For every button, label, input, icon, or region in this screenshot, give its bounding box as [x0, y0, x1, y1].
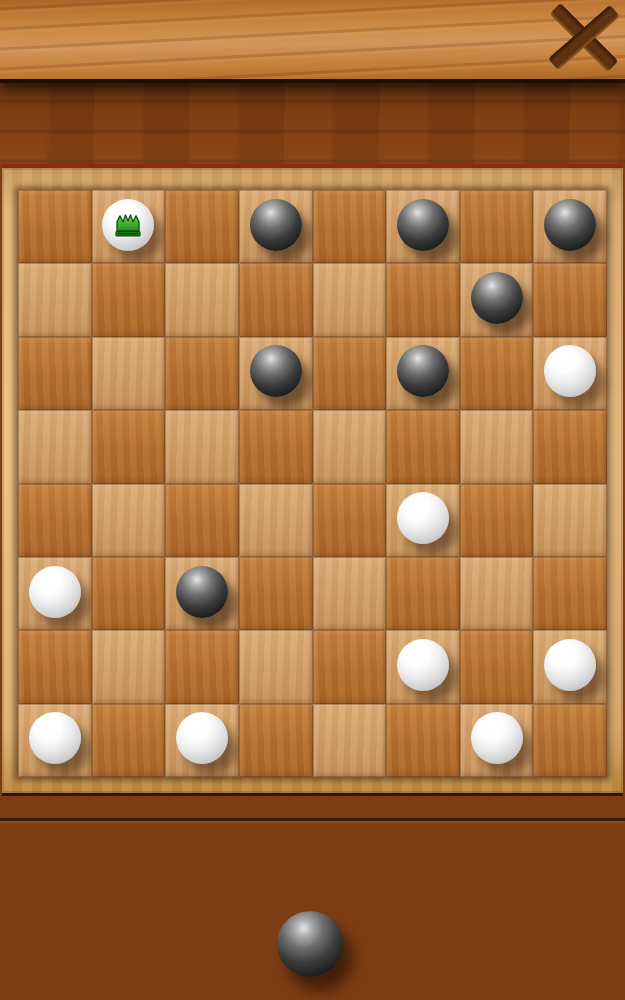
square-r3c0[interactable]	[18, 410, 92, 483]
square-r4c0[interactable]	[18, 484, 92, 557]
square-r2c3[interactable]	[239, 337, 313, 410]
white-piece[interactable]	[397, 639, 449, 691]
square-r7c7[interactable]	[533, 704, 607, 777]
turn-indicator-piece	[277, 911, 343, 977]
white-piece[interactable]	[471, 712, 523, 764]
square-r0c2[interactable]	[165, 190, 239, 263]
square-r3c6[interactable]	[460, 410, 534, 483]
square-r2c0[interactable]	[18, 337, 92, 410]
square-r1c7[interactable]	[533, 263, 607, 336]
square-r2c5[interactable]	[386, 337, 460, 410]
white-piece[interactable]	[544, 639, 596, 691]
square-r6c3[interactable]	[239, 630, 313, 703]
square-r4c6[interactable]	[460, 484, 534, 557]
black-piece[interactable]	[397, 199, 449, 251]
square-r1c4[interactable]	[313, 263, 387, 336]
white-king-piece[interactable]	[102, 199, 154, 251]
square-r1c6[interactable]	[460, 263, 534, 336]
top-toolbar	[0, 0, 625, 83]
square-r6c1[interactable]	[92, 630, 166, 703]
plank-seam	[0, 818, 625, 821]
app-screen	[0, 0, 625, 1000]
white-piece[interactable]	[176, 712, 228, 764]
square-r3c2[interactable]	[165, 410, 239, 483]
black-piece[interactable]	[250, 199, 302, 251]
square-r6c7[interactable]	[533, 630, 607, 703]
white-piece[interactable]	[29, 712, 81, 764]
square-r4c3[interactable]	[239, 484, 313, 557]
square-r2c6[interactable]	[460, 337, 534, 410]
square-r6c6[interactable]	[460, 630, 534, 703]
square-r6c2[interactable]	[165, 630, 239, 703]
square-r7c0[interactable]	[18, 704, 92, 777]
square-r1c0[interactable]	[18, 263, 92, 336]
square-r3c1[interactable]	[92, 410, 166, 483]
square-r4c1[interactable]	[92, 484, 166, 557]
square-r7c1[interactable]	[92, 704, 166, 777]
square-r0c6[interactable]	[460, 190, 534, 263]
square-r4c7[interactable]	[533, 484, 607, 557]
square-r5c1[interactable]	[92, 557, 166, 630]
square-r1c3[interactable]	[239, 263, 313, 336]
square-r4c5[interactable]	[386, 484, 460, 557]
square-r4c2[interactable]	[165, 484, 239, 557]
square-r2c4[interactable]	[313, 337, 387, 410]
square-r7c2[interactable]	[165, 704, 239, 777]
wood-background-lower	[0, 796, 625, 1000]
square-r3c7[interactable]	[533, 410, 607, 483]
square-r2c1[interactable]	[92, 337, 166, 410]
square-r0c1[interactable]	[92, 190, 166, 263]
square-r1c1[interactable]	[92, 263, 166, 336]
square-r0c4[interactable]	[313, 190, 387, 263]
square-r4c4[interactable]	[313, 484, 387, 557]
close-button[interactable]	[551, 8, 617, 68]
square-r2c2[interactable]	[165, 337, 239, 410]
black-piece[interactable]	[544, 199, 596, 251]
square-r7c6[interactable]	[460, 704, 534, 777]
square-r7c5[interactable]	[386, 704, 460, 777]
square-r0c7[interactable]	[533, 190, 607, 263]
white-piece[interactable]	[397, 492, 449, 544]
square-r7c3[interactable]	[239, 704, 313, 777]
square-r6c0[interactable]	[18, 630, 92, 703]
square-r7c4[interactable]	[313, 704, 387, 777]
square-r0c5[interactable]	[386, 190, 460, 263]
square-r5c3[interactable]	[239, 557, 313, 630]
king-crown-icon	[102, 199, 154, 251]
black-piece[interactable]	[397, 345, 449, 397]
square-r5c5[interactable]	[386, 557, 460, 630]
wood-background-upper	[0, 83, 625, 164]
square-r2c7[interactable]	[533, 337, 607, 410]
black-piece[interactable]	[250, 345, 302, 397]
square-r1c5[interactable]	[386, 263, 460, 336]
square-r5c0[interactable]	[18, 557, 92, 630]
square-r3c5[interactable]	[386, 410, 460, 483]
square-r0c3[interactable]	[239, 190, 313, 263]
white-piece[interactable]	[29, 565, 81, 617]
square-r3c4[interactable]	[313, 410, 387, 483]
square-r0c0[interactable]	[18, 190, 92, 263]
square-r6c5[interactable]	[386, 630, 460, 703]
checkers-board	[18, 190, 607, 777]
square-r5c6[interactable]	[460, 557, 534, 630]
square-r5c7[interactable]	[533, 557, 607, 630]
black-piece[interactable]	[176, 565, 228, 617]
square-r5c4[interactable]	[313, 557, 387, 630]
black-piece[interactable]	[471, 272, 523, 324]
square-r3c3[interactable]	[239, 410, 313, 483]
square-r5c2[interactable]	[165, 557, 239, 630]
board-frame	[2, 164, 623, 796]
square-r1c2[interactable]	[165, 263, 239, 336]
square-r6c4[interactable]	[313, 630, 387, 703]
white-piece[interactable]	[544, 345, 596, 397]
